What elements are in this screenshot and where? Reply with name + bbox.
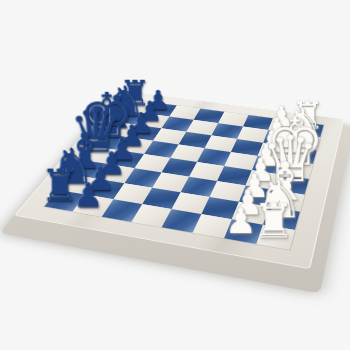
square-f8: ♝ <box>104 122 138 138</box>
square-g3 <box>237 127 268 143</box>
square-g7: ♟ <box>137 113 169 128</box>
square-e8: ♚ <box>93 134 128 151</box>
piece-blue-bishop: ♝ <box>97 89 137 134</box>
piece-blue-pawn: ♟ <box>119 121 145 150</box>
square-d8: ♛ <box>82 146 118 164</box>
square-f6 <box>153 128 186 144</box>
square-g8: ♞ <box>113 110 145 125</box>
piece-white-knight: ♞ <box>284 102 324 146</box>
square-g2: ♟ <box>263 130 294 146</box>
square-g1: ♞ <box>290 134 321 151</box>
piece-blue-rook: ♜ <box>119 75 151 110</box>
square-e7: ♟ <box>118 137 153 154</box>
square-g6 <box>162 117 194 132</box>
piece-blue-pawn: ♟ <box>146 87 170 114</box>
square-h6 <box>169 106 200 120</box>
piece-white-pawn: ♟ <box>264 114 290 143</box>
piece-blue-knight: ♞ <box>107 80 144 122</box>
piece-blue-pawn: ♟ <box>129 109 154 137</box>
piece-blue-pawn: ♟ <box>109 134 136 164</box>
piece-blue-queen: ♛ <box>69 101 123 161</box>
square-g4 <box>211 123 242 139</box>
square-f4 <box>204 135 237 152</box>
piece-white-bishop: ♝ <box>278 113 321 161</box>
square-h4 <box>218 112 248 127</box>
square-f3 <box>231 139 263 156</box>
square-h2: ♟ <box>268 118 298 133</box>
piece-white-pawn: ♟ <box>259 127 286 157</box>
square-h3 <box>243 115 273 130</box>
square-h5 <box>194 109 225 124</box>
square-h8: ♜ <box>122 99 153 113</box>
square-a3 <box>193 214 232 238</box>
square-f7: ♟ <box>128 125 161 141</box>
square-h1: ♜ <box>294 122 324 138</box>
chessboard-3d-wrapper: ♜♟♟♜♞♟♟♞♝♟♟♝♚♟♟♚♛♟♟♛♝♟♟♝♞♟♟♞♜♟♟♜ <box>65 30 329 294</box>
square-d7: ♟ <box>108 150 144 168</box>
square-f1: ♝ <box>285 146 317 164</box>
piece-blue-bishop: ♝ <box>63 126 107 175</box>
square-g5 <box>186 120 218 135</box>
product-photo-scene: ♜♟♟♜♞♟♟♞♝♟♟♝♚♟♟♚♛♟♟♛♝♟♟♝♞♟♟♞♜♟♟♜ <box>0 0 350 350</box>
square-h7: ♟ <box>146 103 177 117</box>
piece-blue-king: ♚ <box>79 85 134 147</box>
square-e5 <box>170 144 204 162</box>
square-e6 <box>144 141 178 158</box>
square-f2: ♟ <box>258 143 290 160</box>
piece-blue-pawn: ♟ <box>138 98 163 125</box>
square-a7: ♟ <box>73 195 114 217</box>
board-grid: ♜♟♟♜♞♟♟♞♝♟♟♝♚♟♟♚♛♟♟♛♝♟♟♝♞♟♟♞♜♟♟♜ <box>44 99 323 249</box>
square-f5 <box>179 132 212 148</box>
piece-white-pawn: ♟ <box>253 140 280 171</box>
square-e3 <box>224 152 258 170</box>
square-a1: ♜ <box>256 225 294 250</box>
piece-white-pawn: ♟ <box>269 103 294 131</box>
piece-white-rook: ♜ <box>291 97 325 134</box>
